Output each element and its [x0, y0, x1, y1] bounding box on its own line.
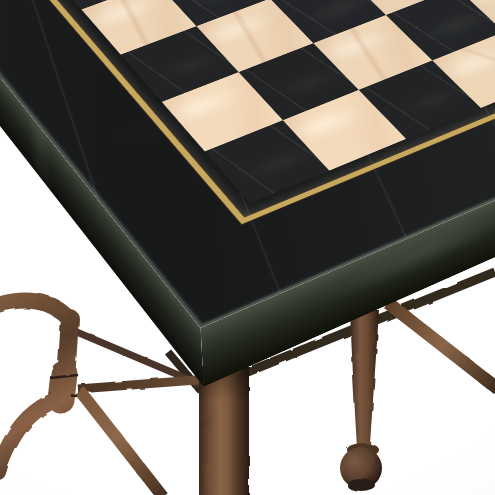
- board-square: [313, 15, 432, 90]
- board-square: [156, 0, 270, 26]
- front-left-leg-scroll-arm: [0, 301, 68, 318]
- board-square: [283, 90, 406, 171]
- board-square: [359, 60, 481, 138]
- board-square: [196, 0, 313, 72]
- right-leg: [350, 310, 379, 446]
- right-stretcher-bar: [388, 303, 495, 389]
- right-leg-foot-base: [347, 479, 375, 491]
- board-square: [44, 0, 156, 9]
- board-square: [239, 43, 359, 120]
- board-square: [432, 32, 495, 108]
- board-square: [205, 120, 329, 203]
- board-square: [162, 72, 283, 151]
- front-left-leg: [0, 301, 78, 472]
- board-square: [457, 0, 495, 32]
- board-square: [81, 0, 196, 55]
- product-photo-scene: [0, 0, 495, 495]
- board-square: [121, 26, 239, 102]
- board-square: [342, 0, 457, 15]
- front-left-leg-scroll-foot: [0, 397, 63, 472]
- board-square: [386, 0, 495, 60]
- diagonal-stretcher-bar: [80, 391, 163, 495]
- board-square: [270, 0, 386, 43]
- side-stretcher-bar: [78, 379, 210, 389]
